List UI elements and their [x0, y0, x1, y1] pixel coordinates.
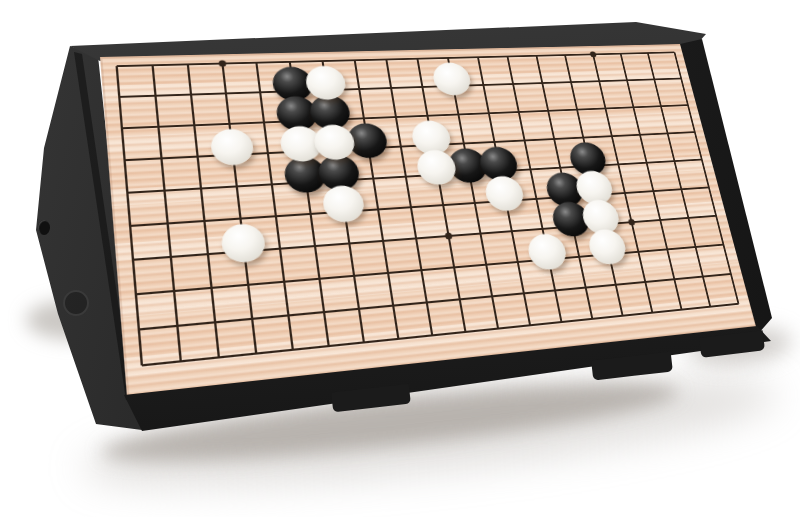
- grid-cell: [379, 320, 418, 357]
- grid-cell: [118, 310, 160, 349]
- grid-cell: [264, 264, 304, 300]
- grid-cell: [378, 102, 415, 133]
- grid-cell: [295, 229, 334, 264]
- grid-cell: [184, 204, 224, 239]
- grid-cell: [198, 338, 239, 377]
- grid-cell: [157, 307, 198, 346]
- grid-cell: [364, 224, 402, 258]
- grid-cell: [207, 78, 245, 109]
- star-point: [218, 60, 226, 67]
- grid-cell: [228, 267, 268, 304]
- grid-cell: [339, 291, 378, 328]
- grid-cell: [110, 208, 151, 244]
- grid-cell: [236, 334, 277, 373]
- grid-cell: [304, 294, 344, 331]
- grid-cell: [256, 199, 295, 233]
- grid-cell: [397, 222, 435, 256]
- grid-cell: [154, 272, 195, 310]
- grid-cell: [232, 300, 273, 338]
- grid-cell: [268, 297, 308, 334]
- grid-cell: [145, 173, 185, 208]
- grid-cell: [272, 331, 313, 369]
- grid-cell: [139, 111, 178, 144]
- grid-cell: [150, 239, 191, 276]
- grid-cell: [191, 269, 232, 306]
- grid-cell: [175, 109, 214, 141]
- grid-cell: [160, 342, 202, 382]
- grid-cell: [392, 191, 430, 224]
- grid-cell: [148, 206, 188, 242]
- grid-cell: [260, 231, 299, 266]
- grid-cell: [238, 48, 275, 78]
- grid-cell: [335, 258, 374, 294]
- grid-cell: [400, 44, 436, 73]
- grid-cell: [115, 275, 157, 313]
- grid-cell: [102, 112, 142, 145]
- grid-cell: [373, 73, 409, 103]
- grid-cell: [181, 172, 221, 206]
- hinge-pin: [38, 220, 50, 235]
- go-grid: [97, 39, 756, 386]
- grid-cell: [300, 261, 339, 297]
- product-photo-scene: [0, 0, 800, 517]
- grid-cell: [402, 253, 440, 288]
- grid-cell: [374, 288, 413, 324]
- grid-cell: [105, 143, 145, 177]
- grid-cell: [359, 193, 397, 226]
- hinge-ring-detail: [63, 290, 89, 316]
- grid-cell: [217, 170, 256, 204]
- grid-cell: [369, 256, 408, 291]
- grid-cell: [309, 327, 349, 365]
- grid-cell: [344, 324, 384, 362]
- grid-cell: [169, 49, 207, 80]
- grid-cell: [368, 45, 404, 74]
- grid-cell: [107, 175, 147, 210]
- grid-cell: [100, 81, 139, 113]
- grid-cell: [413, 317, 452, 354]
- grid-cell: [172, 79, 210, 111]
- grid-cell: [330, 226, 369, 261]
- grid-cell: [337, 46, 373, 75]
- grid-cell: [121, 345, 163, 385]
- grid-cell: [136, 80, 175, 112]
- grid-cell: [354, 162, 392, 195]
- star-point: [589, 51, 596, 57]
- grid-cell: [133, 50, 171, 81]
- grid-cell: [195, 303, 236, 341]
- grid-cell: [142, 142, 182, 176]
- grid-cell: [341, 74, 378, 104]
- grid-cell: [112, 241, 153, 278]
- grid-cell: [97, 51, 136, 82]
- grid-cell: [407, 285, 446, 321]
